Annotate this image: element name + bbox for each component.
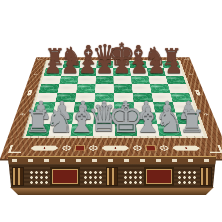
square-g4 xyxy=(151,93,172,103)
square-g7 xyxy=(147,68,166,76)
square-d8 xyxy=(96,61,113,68)
square-b3 xyxy=(53,102,75,112)
square-h6 xyxy=(166,76,186,84)
square-a5 xyxy=(39,84,60,93)
square-h4 xyxy=(170,93,192,103)
square-a2 xyxy=(30,112,54,123)
square-a1 xyxy=(26,124,51,136)
square-e1 xyxy=(115,124,138,136)
front-line-separator xyxy=(200,167,212,186)
square-e4 xyxy=(114,93,134,103)
rosette-inlay-icon xyxy=(22,114,23,115)
corner-l-mark xyxy=(207,145,222,153)
square-e8 xyxy=(113,61,130,68)
board-squares xyxy=(26,61,204,136)
square-b2 xyxy=(51,112,74,123)
front-line-separator xyxy=(12,167,24,186)
square-a6 xyxy=(41,76,61,84)
square-f1 xyxy=(136,124,160,136)
arrow-inlay-icon xyxy=(172,145,201,151)
square-e5 xyxy=(114,84,133,93)
arrow-inlay-icon xyxy=(195,90,201,96)
square-h2 xyxy=(175,112,199,123)
square-d3 xyxy=(94,102,114,112)
square-b1 xyxy=(48,124,72,136)
square-d4 xyxy=(95,93,115,103)
square-c5 xyxy=(76,84,95,93)
square-d1 xyxy=(93,124,115,136)
square-h5 xyxy=(168,84,189,93)
square-b5 xyxy=(57,84,77,93)
square-b6 xyxy=(59,76,78,84)
square-a3 xyxy=(33,102,56,112)
square-c7 xyxy=(79,68,97,76)
square-e7 xyxy=(113,68,131,76)
front-dash-inlay-strip xyxy=(8,156,216,164)
square-c6 xyxy=(77,76,96,84)
square-d5 xyxy=(95,84,114,93)
square-c1 xyxy=(70,124,93,136)
square-h7 xyxy=(164,68,183,76)
square-d2 xyxy=(93,112,114,123)
corner-l-mark xyxy=(8,145,23,153)
square-h1 xyxy=(178,124,204,136)
arrow-inlay-icon xyxy=(101,145,129,151)
square-h8 xyxy=(162,61,181,68)
square-g3 xyxy=(153,102,175,112)
square-e2 xyxy=(114,112,136,123)
square-a7 xyxy=(44,68,63,76)
chess-set-photo: ♜♞♝♛♚♝♞♜♟♟♟♟♟♟♟♟♟♟♟♟♟♟♟♟♜♞♝♛♚♝♞♜ xyxy=(0,0,222,222)
front-dot-cluster-inlay xyxy=(28,169,48,184)
rosette-inlay-icon xyxy=(163,147,166,148)
front-panel-band xyxy=(8,164,216,189)
front-red-panel xyxy=(146,169,172,184)
square-b8 xyxy=(63,61,81,68)
square-f7 xyxy=(130,68,148,76)
square-d7 xyxy=(96,68,113,76)
square-f5 xyxy=(132,84,152,93)
square-g8 xyxy=(145,61,163,68)
front-red-panel xyxy=(52,169,78,184)
square-g6 xyxy=(148,76,168,84)
arrow-inlay-icon xyxy=(27,90,33,96)
square-h3 xyxy=(173,102,196,112)
rosette-inlay-icon xyxy=(92,147,94,148)
square-f3 xyxy=(134,102,155,112)
square-e3 xyxy=(114,102,135,112)
board-top-surface xyxy=(0,57,222,159)
square-e6 xyxy=(113,76,131,84)
front-dot-cluster-inlay xyxy=(122,169,142,184)
square-b4 xyxy=(55,93,76,103)
square-c8 xyxy=(80,61,97,68)
red-square-inlay xyxy=(145,145,156,151)
front-dot-cluster-inlay xyxy=(176,169,196,184)
square-b7 xyxy=(61,68,79,76)
square-f2 xyxy=(135,112,157,123)
square-c2 xyxy=(72,112,94,123)
front-dot-cluster-inlay xyxy=(82,169,102,184)
square-a8 xyxy=(46,61,64,68)
rosette-inlay-icon xyxy=(206,114,207,115)
square-a4 xyxy=(36,93,58,103)
box-base xyxy=(10,187,214,195)
arrow-inlay-icon xyxy=(30,145,59,151)
front-line-separator xyxy=(106,167,118,186)
red-square-inlay xyxy=(74,145,85,151)
rosette-inlay-icon xyxy=(136,147,138,148)
square-c3 xyxy=(74,102,95,112)
square-g5 xyxy=(150,84,170,93)
square-d6 xyxy=(96,76,114,84)
box-front-face xyxy=(8,156,216,188)
square-c4 xyxy=(75,93,95,103)
square-f8 xyxy=(129,61,147,68)
square-f4 xyxy=(133,93,154,103)
square-f6 xyxy=(131,76,150,84)
rosette-inlay-icon xyxy=(65,147,68,148)
